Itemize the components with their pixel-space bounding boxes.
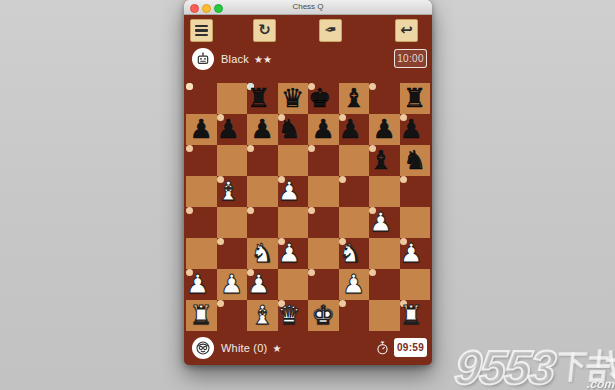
square-g2[interactable] <box>369 269 376 276</box>
piece-white-pawn[interactable]: ♟ <box>369 207 376 214</box>
square-e7[interactable]: ♟ <box>308 114 339 145</box>
piece-white-bishop[interactable]: ♝ <box>247 300 278 331</box>
piece-black-bishop[interactable]: ♝ <box>339 83 370 114</box>
square-g3[interactable] <box>369 238 400 269</box>
white-clock: 09:59 <box>394 338 427 357</box>
undo-arrow-icon: ↩ <box>400 23 413 38</box>
square-e3[interactable] <box>308 238 339 269</box>
square-a2[interactable]: ♟ <box>186 269 193 276</box>
square-g6[interactable]: ♝ <box>369 145 376 152</box>
square-b1[interactable] <box>217 300 224 307</box>
black-player-row: Black ★★ 10:00 <box>184 42 432 76</box>
piece-black-knight[interactable]: ♞ <box>278 114 285 121</box>
square-a7[interactable]: ♟ <box>186 114 217 145</box>
piece-white-knight[interactable]: ♞ <box>247 238 278 269</box>
piece-white-bishop[interactable]: ♝ <box>217 176 224 183</box>
square-g4[interactable]: ♟ <box>369 207 376 214</box>
square-h7[interactable]: ♟ <box>400 114 407 121</box>
piece-white-pawn[interactable]: ♟ <box>400 238 407 245</box>
piece-white-queen[interactable]: ♛ <box>278 300 285 307</box>
square-c4[interactable] <box>247 207 254 214</box>
desktop-background: Chess Q ↻ ✒ ↩ <box>0 0 615 390</box>
flip-board-button[interactable]: ↻ <box>253 19 276 42</box>
square-b8[interactable] <box>217 83 248 114</box>
square-d3[interactable]: ♟ <box>278 238 285 245</box>
piece-black-bishop[interactable]: ♝ <box>369 145 376 152</box>
square-a1[interactable]: ♜ <box>186 300 217 331</box>
square-b7[interactable]: ♟ <box>217 114 224 121</box>
piece-black-pawn[interactable]: ♟ <box>339 114 346 121</box>
robot-icon <box>195 51 211 67</box>
piece-white-knight[interactable]: ♞ <box>339 238 346 245</box>
piece-black-pawn[interactable]: ♟ <box>400 114 407 121</box>
square-d2[interactable] <box>278 269 309 300</box>
white-avatar <box>192 337 214 359</box>
menu-button[interactable] <box>190 19 213 42</box>
watermark-cjk <box>555 348 615 386</box>
square-f7[interactable]: ♟ <box>339 114 346 121</box>
watermark-suffix: .com <box>587 377 615 390</box>
square-f6[interactable] <box>339 145 370 176</box>
square-c1[interactable]: ♝ <box>247 300 278 331</box>
piece-black-king[interactable]: ♚ <box>308 83 315 90</box>
square-a6[interactable] <box>186 145 193 152</box>
square-h2[interactable] <box>400 269 431 300</box>
piece-black-knight[interactable]: ♞ <box>400 145 431 176</box>
piece-white-rook[interactable]: ♜ <box>400 300 407 307</box>
square-b6[interactable] <box>217 145 248 176</box>
pen-icon: ✒ <box>323 22 338 39</box>
square-f4[interactable] <box>339 207 370 238</box>
square-h5[interactable] <box>400 176 407 183</box>
black-rating-stars: ★★ <box>254 54 272 65</box>
square-b4[interactable] <box>217 207 248 238</box>
square-d8[interactable]: ♛ <box>278 83 309 114</box>
square-e4[interactable] <box>308 207 315 214</box>
piece-white-pawn[interactable]: ♟ <box>217 269 248 300</box>
square-f8[interactable]: ♝ <box>339 83 370 114</box>
white-player-name: White (0) ★ <box>221 331 282 365</box>
square-a8[interactable] <box>186 83 193 90</box>
white-rating-stars: ★ <box>272 343 281 354</box>
piece-white-pawn[interactable]: ♟ <box>186 269 193 276</box>
square-b5[interactable]: ♝ <box>217 176 224 183</box>
square-h4[interactable] <box>400 207 431 238</box>
square-h1[interactable]: ♜ <box>400 300 407 307</box>
piece-black-pawn[interactable]: ♟ <box>247 114 278 145</box>
piece-white-rook[interactable]: ♜ <box>186 300 217 331</box>
square-c5[interactable] <box>247 176 278 207</box>
square-e1[interactable]: ♚ <box>308 300 339 331</box>
square-g5[interactable] <box>369 176 400 207</box>
square-g7[interactable]: ♟ <box>369 114 400 145</box>
human-icon <box>195 340 211 356</box>
square-e2[interactable] <box>308 269 315 276</box>
piece-black-rook[interactable]: ♜ <box>247 83 254 90</box>
piece-black-pawn[interactable]: ♟ <box>186 114 217 145</box>
window-title: Chess Q <box>184 1 432 13</box>
square-d4[interactable] <box>278 207 309 238</box>
square-a4[interactable] <box>186 207 193 214</box>
square-b2[interactable]: ♟ <box>217 269 248 300</box>
piece-black-queen[interactable]: ♛ <box>278 83 309 114</box>
square-b3[interactable] <box>217 238 224 245</box>
square-d5[interactable]: ♟ <box>278 176 285 183</box>
square-a3[interactable] <box>186 238 217 269</box>
square-c8[interactable]: ♜ <box>247 83 254 90</box>
square-f2[interactable]: ♟ <box>339 269 370 300</box>
piece-black-pawn[interactable]: ♟ <box>369 114 400 145</box>
square-g1[interactable] <box>369 300 400 331</box>
square-c6[interactable] <box>247 145 254 152</box>
square-c2[interactable]: ♟ <box>247 269 254 276</box>
square-f1[interactable] <box>339 300 346 307</box>
square-d1[interactable]: ♛ <box>278 300 285 307</box>
piece-white-pawn[interactable]: ♟ <box>278 238 285 245</box>
square-g8[interactable] <box>369 83 376 90</box>
chess-app-window: Chess Q ↻ ✒ ↩ <box>184 0 432 365</box>
black-avatar <box>192 48 214 70</box>
square-a5[interactable] <box>186 176 217 207</box>
square-e8[interactable]: ♚ <box>308 83 315 90</box>
square-e5[interactable] <box>308 176 339 207</box>
black-clock: 10:00 <box>394 49 427 68</box>
refresh-icon: ↻ <box>258 23 271 38</box>
piece-white-king[interactable]: ♚ <box>308 300 339 331</box>
stopwatch-icon <box>376 341 389 355</box>
piece-white-pawn[interactable]: ♟ <box>247 269 254 276</box>
square-h3[interactable]: ♟ <box>400 238 407 245</box>
menu-icon <box>195 25 208 36</box>
square-e6[interactable] <box>308 145 315 152</box>
black-player-name: Black ★★ <box>221 42 272 76</box>
annotate-button[interactable]: ✒ <box>319 19 342 42</box>
white-player-row: White (0) ★ 09:59 <box>184 331 432 365</box>
piece-white-pawn[interactable]: ♟ <box>278 176 285 183</box>
square-c3[interactable]: ♞ <box>247 238 278 269</box>
piece-black-pawn[interactable]: ♟ <box>217 114 224 121</box>
watermark-numbers: 9553 <box>453 346 556 390</box>
square-f5[interactable] <box>339 176 346 183</box>
piece-white-pawn[interactable]: ♟ <box>339 269 370 300</box>
square-c7[interactable]: ♟ <box>247 114 278 145</box>
window-titlebar[interactable]: Chess Q <box>184 0 432 15</box>
square-d6[interactable] <box>278 145 309 176</box>
square-h6[interactable]: ♞ <box>400 145 431 176</box>
square-d7[interactable]: ♞ <box>278 114 285 121</box>
piece-black-pawn[interactable]: ♟ <box>308 114 339 145</box>
chess-board[interactable]: ♜♛♚♝♜♟♟♟♞♟♟♟♟♝♞♝♟♟♞♟♞♟♟♟♟♟♜♝♛♚♜ <box>186 83 430 331</box>
undo-button[interactable]: ↩ <box>395 19 418 42</box>
square-f3[interactable]: ♞ <box>339 238 346 245</box>
piece-black-rook[interactable]: ♜ <box>400 83 431 114</box>
square-h8[interactable]: ♜ <box>400 83 431 114</box>
watermark: 9553 .com <box>453 346 615 390</box>
